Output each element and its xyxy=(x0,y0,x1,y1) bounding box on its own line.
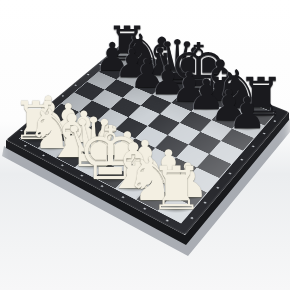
frame-rivet xyxy=(229,172,232,174)
photo-stage: ♜♞♟♝♟♛♟♚♟♝♟♞♟♜♟♟♟♟♜♟♞♟♝♟♛♟♚♟♝♟♞♜ xyxy=(0,0,290,290)
piece-white-rook-h1[interactable]: ♜ xyxy=(146,159,206,219)
frame-rivet xyxy=(240,158,243,160)
frame-rivet xyxy=(252,145,255,147)
frame-rivet xyxy=(87,74,90,76)
frame-rivet xyxy=(74,84,77,86)
piece-black-pawn-h7[interactable]: ♟ xyxy=(226,92,269,135)
frame-rivet xyxy=(216,186,220,189)
